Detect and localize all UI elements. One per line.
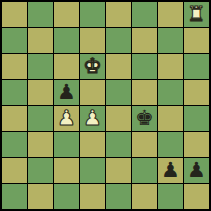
square-b7[interactable] bbox=[28, 28, 53, 53]
square-h3[interactable] bbox=[184, 132, 209, 157]
square-a4[interactable] bbox=[2, 106, 27, 131]
square-d2[interactable] bbox=[80, 158, 105, 183]
square-e7[interactable] bbox=[106, 28, 131, 53]
square-h5[interactable] bbox=[184, 80, 209, 105]
square-a7[interactable] bbox=[2, 28, 27, 53]
square-a1[interactable] bbox=[2, 184, 27, 209]
square-c1[interactable] bbox=[54, 184, 79, 209]
square-h7[interactable] bbox=[184, 28, 209, 53]
square-g3[interactable] bbox=[158, 132, 183, 157]
square-g4[interactable] bbox=[158, 106, 183, 131]
square-a6[interactable] bbox=[2, 54, 27, 79]
square-c3[interactable] bbox=[54, 132, 79, 157]
square-g8[interactable] bbox=[158, 2, 183, 27]
square-e1[interactable] bbox=[106, 184, 131, 209]
square-f2[interactable] bbox=[132, 158, 157, 183]
white-king[interactable]: ♚ bbox=[83, 54, 102, 79]
square-c2[interactable] bbox=[54, 158, 79, 183]
white-pawn[interactable]: ♟ bbox=[83, 106, 102, 131]
square-b2[interactable] bbox=[28, 158, 53, 183]
square-f7[interactable] bbox=[132, 28, 157, 53]
square-g5[interactable] bbox=[158, 80, 183, 105]
square-d5[interactable] bbox=[80, 80, 105, 105]
white-rook[interactable]: ♜ bbox=[187, 2, 206, 27]
square-b1[interactable] bbox=[28, 184, 53, 209]
square-g1[interactable] bbox=[158, 184, 183, 209]
square-f3[interactable] bbox=[132, 132, 157, 157]
black-king[interactable]: ♚ bbox=[135, 106, 154, 131]
square-b8[interactable] bbox=[28, 2, 53, 27]
square-a5[interactable] bbox=[2, 80, 27, 105]
square-f8[interactable] bbox=[132, 2, 157, 27]
square-a8[interactable] bbox=[2, 2, 27, 27]
square-h6[interactable] bbox=[184, 54, 209, 79]
square-e3[interactable] bbox=[106, 132, 131, 157]
square-f1[interactable] bbox=[132, 184, 157, 209]
square-c6[interactable] bbox=[54, 54, 79, 79]
square-g6[interactable] bbox=[158, 54, 183, 79]
square-f6[interactable] bbox=[132, 54, 157, 79]
white-pawn[interactable]: ♟ bbox=[57, 106, 76, 131]
square-a2[interactable] bbox=[2, 158, 27, 183]
square-g7[interactable] bbox=[158, 28, 183, 53]
square-b6[interactable] bbox=[28, 54, 53, 79]
square-b3[interactable] bbox=[28, 132, 53, 157]
square-h8[interactable]: ♜ bbox=[184, 2, 209, 27]
square-h2[interactable]: ♟ bbox=[184, 158, 209, 183]
square-c4[interactable]: ♟ bbox=[54, 106, 79, 131]
black-pawn[interactable]: ♟ bbox=[161, 158, 180, 183]
square-f4[interactable]: ♚ bbox=[132, 106, 157, 131]
square-d6[interactable]: ♚ bbox=[80, 54, 105, 79]
square-e6[interactable] bbox=[106, 54, 131, 79]
square-c8[interactable] bbox=[54, 2, 79, 27]
square-e4[interactable] bbox=[106, 106, 131, 131]
black-pawn[interactable]: ♟ bbox=[187, 158, 206, 183]
square-f5[interactable] bbox=[132, 80, 157, 105]
square-c5[interactable]: ♟ bbox=[54, 80, 79, 105]
square-b5[interactable] bbox=[28, 80, 53, 105]
square-h4[interactable] bbox=[184, 106, 209, 131]
chess-board: ♜♚♟♟♟♚♟♟ bbox=[2, 2, 209, 209]
square-e5[interactable] bbox=[106, 80, 131, 105]
square-d4[interactable]: ♟ bbox=[80, 106, 105, 131]
square-e8[interactable] bbox=[106, 2, 131, 27]
square-c7[interactable] bbox=[54, 28, 79, 53]
square-d7[interactable] bbox=[80, 28, 105, 53]
square-b4[interactable] bbox=[28, 106, 53, 131]
square-g2[interactable]: ♟ bbox=[158, 158, 183, 183]
square-e2[interactable] bbox=[106, 158, 131, 183]
black-pawn[interactable]: ♟ bbox=[57, 80, 76, 105]
square-d3[interactable] bbox=[80, 132, 105, 157]
square-d1[interactable] bbox=[80, 184, 105, 209]
chess-board-frame: ♜♚♟♟♟♚♟♟ bbox=[0, 0, 211, 211]
square-h1[interactable] bbox=[184, 184, 209, 209]
square-d8[interactable] bbox=[80, 2, 105, 27]
square-a3[interactable] bbox=[2, 132, 27, 157]
